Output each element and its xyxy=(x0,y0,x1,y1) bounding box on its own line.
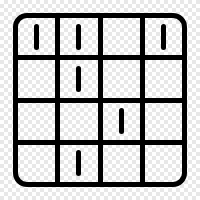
tally-mark xyxy=(161,24,166,50)
cell-r1c1 xyxy=(60,60,97,97)
tally-mark xyxy=(76,150,81,176)
cell-r1c0 xyxy=(18,60,55,97)
cell-r2c0 xyxy=(18,103,55,140)
sudoku-board xyxy=(13,13,187,187)
tally-mark xyxy=(34,24,39,50)
cell-r0c2 xyxy=(103,18,140,55)
cell-r2c1 xyxy=(60,103,97,140)
cell-r2c2 xyxy=(103,103,140,140)
cell-r0c0 xyxy=(18,18,55,55)
cell-r3c0 xyxy=(18,145,55,182)
cell-r0c1 xyxy=(60,18,97,55)
cell-r1c2 xyxy=(103,60,140,97)
tally-mark xyxy=(119,108,124,134)
cell-r0c3 xyxy=(145,18,182,55)
tally-mark xyxy=(76,24,81,50)
cell-r3c1 xyxy=(60,145,97,182)
cell-r1c3 xyxy=(145,60,182,97)
sudoku-grid xyxy=(18,18,182,182)
cell-r3c2 xyxy=(103,145,140,182)
tally-mark xyxy=(76,66,81,92)
transparent-checkerboard-background xyxy=(0,0,200,200)
cell-r2c3 xyxy=(145,103,182,140)
cell-r3c3 xyxy=(145,145,182,182)
